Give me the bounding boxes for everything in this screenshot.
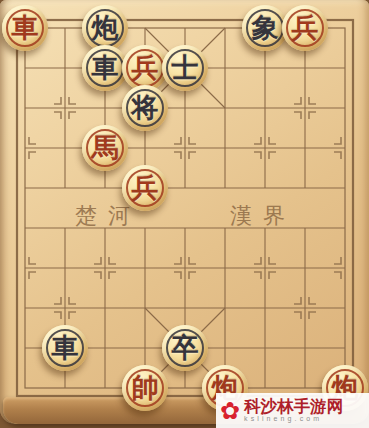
piece-glyph: 兵 bbox=[132, 55, 159, 82]
piece-glyph: 馬 bbox=[92, 135, 119, 162]
piece-black-chariot[interactable]: 車 bbox=[42, 325, 88, 371]
watermark: ✿ 科沙林手游网 kslineng.com bbox=[216, 393, 369, 428]
piece-glyph: 兵 bbox=[292, 15, 319, 42]
piece-glyph: 卒 bbox=[172, 335, 199, 362]
piece-glyph: 車 bbox=[52, 335, 79, 362]
piece-glyph: 兵 bbox=[132, 175, 159, 202]
piece-black-soldier[interactable]: 卒 bbox=[162, 325, 208, 371]
piece-glyph: 将 bbox=[132, 95, 159, 122]
xiangqi-app-screen: 楚河 漢界 車炮象兵車兵士将馬兵車卒帥炮炮 ✿ 科沙林手游网 kslineng.… bbox=[0, 0, 369, 428]
piece-glyph: 帥 bbox=[132, 375, 159, 402]
piece-red-chariot[interactable]: 車 bbox=[2, 5, 48, 51]
piece-red-general[interactable]: 帥 bbox=[122, 365, 168, 411]
piece-glyph: 士 bbox=[172, 55, 199, 82]
piece-red-soldier[interactable]: 兵 bbox=[122, 165, 168, 211]
piece-glyph: 車 bbox=[92, 55, 119, 82]
piece-glyph: 象 bbox=[252, 15, 279, 42]
watermark-title: 科沙林手游网 bbox=[244, 397, 343, 415]
board[interactable]: 車炮象兵車兵士将馬兵車卒帥炮炮 bbox=[0, 0, 369, 428]
piece-glyph: 炮 bbox=[92, 15, 119, 42]
piece-red-soldier[interactable]: 兵 bbox=[282, 5, 328, 51]
flower-icon: ✿ bbox=[220, 399, 240, 423]
piece-glyph: 車 bbox=[12, 15, 39, 42]
piece-black-advisor[interactable]: 士 bbox=[162, 45, 208, 91]
piece-black-general[interactable]: 将 bbox=[122, 85, 168, 131]
watermark-domain: kslineng.com bbox=[244, 415, 343, 423]
piece-red-horse[interactable]: 馬 bbox=[82, 125, 128, 171]
